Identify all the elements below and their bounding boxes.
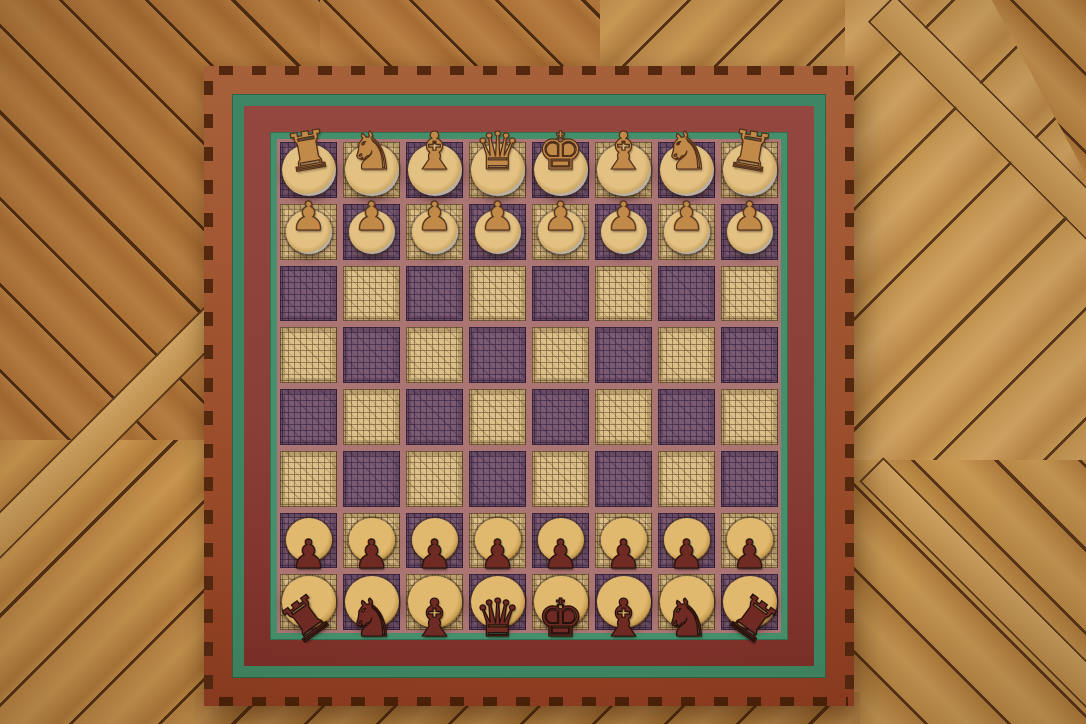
square-r1c1[interactable]: ♟: [343, 204, 400, 260]
square-r4c0[interactable]: [280, 389, 337, 445]
square-r4c5[interactable]: [595, 389, 652, 445]
square-r1c2[interactable]: ♟: [406, 204, 463, 260]
piece-glyph: ♟: [720, 196, 780, 236]
piece-glyph: ♟: [405, 534, 465, 574]
piece-glyph: ♟: [279, 196, 339, 236]
square-r6c5[interactable]: ♟: [595, 513, 652, 569]
piece-glyph: ♞: [657, 592, 717, 644]
square-r0c5[interactable]: ♝: [595, 142, 652, 198]
square-r0c4[interactable]: ♚: [532, 142, 589, 198]
piece-glyph: ♝: [594, 592, 654, 644]
piece-glyph: ♟: [468, 534, 528, 574]
square-r6c4[interactable]: ♟: [532, 513, 589, 569]
square-r2c0[interactable]: [280, 266, 337, 322]
square-r0c2[interactable]: ♝: [406, 142, 463, 198]
square-r4c2[interactable]: [406, 389, 463, 445]
square-r6c1[interactable]: ♟: [343, 513, 400, 569]
piece-glyph: ♟: [657, 534, 717, 574]
squares-grid: ♜♞♝♛♚♝♞♜♟♟♟♟♟♟♟♟♟♟♟♟♟♟♟♟♜♞♝♛♚♝♞♜: [277, 139, 781, 633]
square-r5c3[interactable]: [469, 451, 526, 507]
square-r0c1[interactable]: ♞: [343, 142, 400, 198]
square-r4c1[interactable]: [343, 389, 400, 445]
square-r5c2[interactable]: [406, 451, 463, 507]
square-r5c7[interactable]: [721, 451, 778, 507]
piece-glyph: ♜: [274, 120, 342, 182]
frame-finger-joints-bottom: [210, 697, 848, 706]
square-r0c7[interactable]: ♜: [721, 142, 778, 198]
square-r4c6[interactable]: [658, 389, 715, 445]
photo-stage: ♜♞♝♛♚♝♞♜♟♟♟♟♟♟♟♟♟♟♟♟♟♟♟♟♜♞♝♛♚♝♞♜: [0, 0, 1086, 724]
piece-glyph: ♟: [594, 196, 654, 236]
piece-glyph: ♟: [279, 534, 339, 574]
square-r7c4[interactable]: ♚: [532, 574, 589, 630]
square-r7c6[interactable]: ♞: [658, 574, 715, 630]
frame-finger-joints-top: [210, 66, 848, 75]
piece-glyph: ♞: [342, 592, 402, 644]
square-r5c4[interactable]: [532, 451, 589, 507]
square-r6c7[interactable]: ♟: [721, 513, 778, 569]
square-r7c3[interactable]: ♛: [469, 574, 526, 630]
square-r6c2[interactable]: ♟: [406, 513, 463, 569]
piece-glyph: ♟: [342, 534, 402, 574]
chess-board: ♜♞♝♛♚♝♞♜♟♟♟♟♟♟♟♟♟♟♟♟♟♟♟♟♜♞♝♛♚♝♞♜: [204, 66, 854, 706]
piece-glyph: ♟: [531, 196, 591, 236]
square-r6c3[interactable]: ♟: [469, 513, 526, 569]
piece-glyph: ♟: [720, 534, 780, 574]
piece-glyph: ♟: [531, 534, 591, 574]
piece-glyph: ♛: [468, 125, 528, 177]
square-r3c4[interactable]: [532, 327, 589, 383]
square-r5c0[interactable]: [280, 451, 337, 507]
square-r5c5[interactable]: [595, 451, 652, 507]
square-r3c6[interactable]: [658, 327, 715, 383]
square-r5c6[interactable]: [658, 451, 715, 507]
square-r0c0[interactable]: ♜: [280, 142, 337, 198]
piece-glyph: ♞: [342, 125, 402, 177]
piece-glyph: ♝: [594, 125, 654, 177]
square-r3c0[interactable]: [280, 327, 337, 383]
square-r1c3[interactable]: ♟: [469, 204, 526, 260]
square-r4c7[interactable]: [721, 389, 778, 445]
piece-glyph: ♝: [405, 592, 465, 644]
square-r1c4[interactable]: ♟: [532, 204, 589, 260]
square-r2c3[interactable]: [469, 266, 526, 322]
frame-finger-joints-right: [845, 72, 854, 700]
square-r5c1[interactable]: [343, 451, 400, 507]
square-r7c2[interactable]: ♝: [406, 574, 463, 630]
square-r2c2[interactable]: [406, 266, 463, 322]
piece-glyph: ♟: [657, 196, 717, 236]
piece-glyph: ♚: [531, 592, 591, 644]
square-r2c6[interactable]: [658, 266, 715, 322]
square-r1c6[interactable]: ♟: [658, 204, 715, 260]
piece-glyph: ♚: [531, 125, 591, 177]
frame-finger-joints-left: [204, 72, 213, 700]
square-r3c3[interactable]: [469, 327, 526, 383]
piece-glyph: ♟: [468, 196, 528, 236]
piece-glyph: ♟: [594, 534, 654, 574]
square-r4c3[interactable]: [469, 389, 526, 445]
piece-glyph: ♛: [468, 592, 528, 644]
square-r3c1[interactable]: [343, 327, 400, 383]
square-r2c7[interactable]: [721, 266, 778, 322]
square-r2c1[interactable]: [343, 266, 400, 322]
square-r0c6[interactable]: ♞: [658, 142, 715, 198]
square-r2c5[interactable]: [595, 266, 652, 322]
square-r1c5[interactable]: ♟: [595, 204, 652, 260]
square-r7c0[interactable]: ♜: [280, 574, 337, 630]
square-r1c0[interactable]: ♟: [280, 204, 337, 260]
square-r3c5[interactable]: [595, 327, 652, 383]
square-r6c6[interactable]: ♟: [658, 513, 715, 569]
piece-glyph: ♝: [405, 125, 465, 177]
square-r3c2[interactable]: [406, 327, 463, 383]
piece-glyph: ♟: [405, 196, 465, 236]
square-r4c4[interactable]: [532, 389, 589, 445]
piece-glyph: ♟: [342, 196, 402, 236]
square-r2c4[interactable]: [532, 266, 589, 322]
square-r3c7[interactable]: [721, 327, 778, 383]
square-r1c7[interactable]: ♟: [721, 204, 778, 260]
square-r7c1[interactable]: ♞: [343, 574, 400, 630]
square-r7c5[interactable]: ♝: [595, 574, 652, 630]
square-r6c0[interactable]: ♟: [280, 513, 337, 569]
square-r7c7[interactable]: ♜: [721, 574, 778, 630]
piece-glyph: ♞: [657, 125, 717, 177]
piece-glyph: ♜: [716, 120, 784, 182]
square-r0c3[interactable]: ♛: [469, 142, 526, 198]
